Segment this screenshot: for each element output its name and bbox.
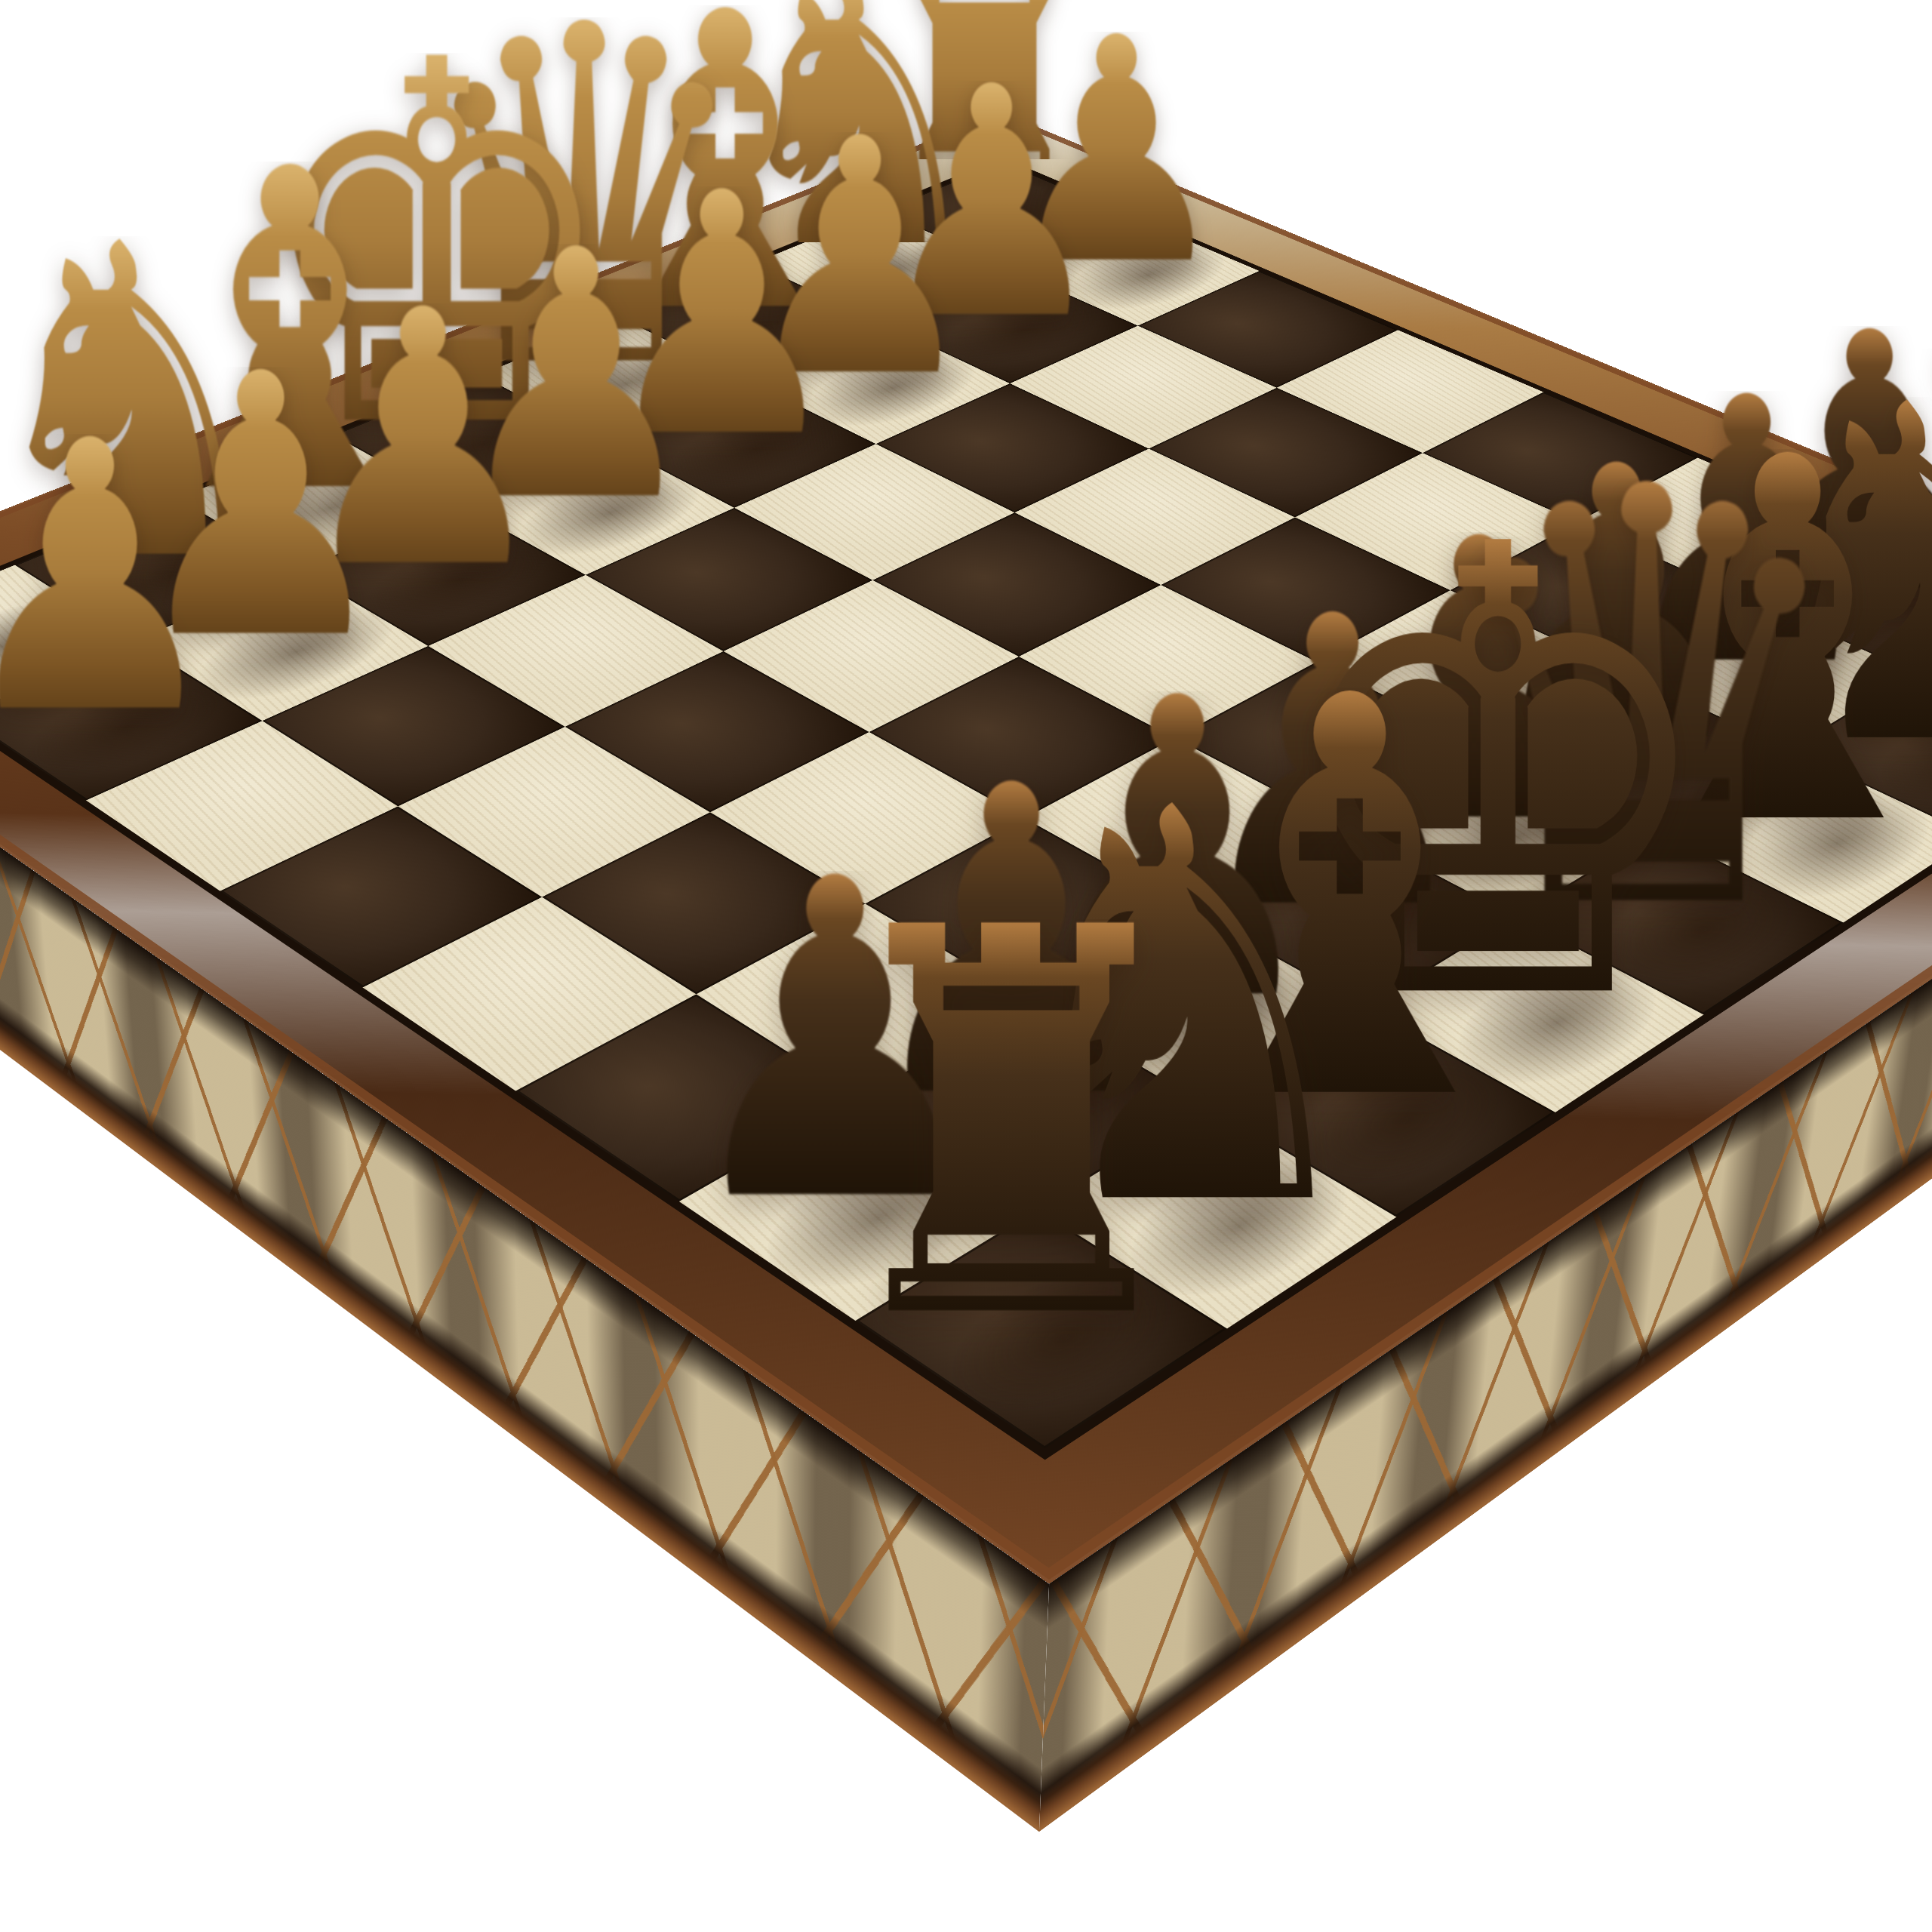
rook-glyph: ♜ [816,919,1206,1334]
chess-board: ♜♞♝♛♚♝♞♜♟♟♟♟♟♟♟♟♟♟♟♟♟♟♟♟♜♞♝♛♚♝♞♜ [0,112,1932,1583]
chess-set-product-photo: ♜♞♝♛♚♝♞♜♟♟♟♟♟♟♟♟♟♟♟♟♟♟♟♟♜♞♝♛♚♝♞♜ [0,0,1932,1932]
pawn-glyph: ♟ [0,434,226,724]
